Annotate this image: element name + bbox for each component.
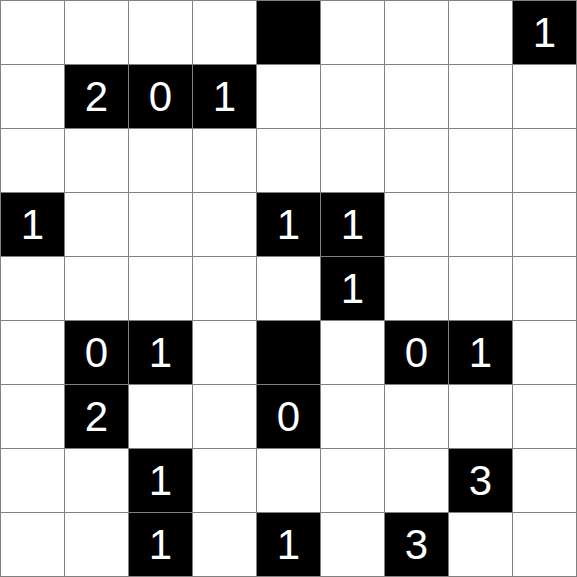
cell-r9c2-white[interactable] [65,513,129,577]
cell-r2c3-clue-0[interactable]: 0 [129,65,193,129]
cell-r8c5-white[interactable] [257,449,321,513]
cell-r8c7-white[interactable] [385,449,449,513]
cell-r4c1-clue-1[interactable]: 1 [1,193,65,257]
cell-r6c4-white[interactable] [193,321,257,385]
cell-r2c2-clue-2[interactable]: 2 [65,65,129,129]
cell-r8c4-white[interactable] [193,449,257,513]
cell-r6c2-clue-0[interactable]: 0 [65,321,129,385]
cell-r4c6-clue-1[interactable]: 1 [321,193,385,257]
cell-r8c9-white[interactable] [513,449,577,513]
cell-r6c3-clue-1[interactable]: 1 [129,321,193,385]
cell-r9c3-clue-1[interactable]: 1 [129,513,193,577]
cell-r5c5-white[interactable] [257,257,321,321]
cell-r3c9-white[interactable] [513,129,577,193]
cell-r3c1-white[interactable] [1,129,65,193]
cell-r5c8-white[interactable] [449,257,513,321]
cell-r2c9-white[interactable] [513,65,577,129]
cell-r8c2-white[interactable] [65,449,129,513]
cell-r4c5-clue-1[interactable]: 1 [257,193,321,257]
cell-r3c2-white[interactable] [65,129,129,193]
cell-r2c8-white[interactable] [449,65,513,129]
cell-r7c3-white[interactable] [129,385,193,449]
cell-r4c4-white[interactable] [193,193,257,257]
cell-r7c2-clue-2[interactable]: 2 [65,385,129,449]
cell-r1c8-white[interactable] [449,1,513,65]
cell-r7c1-white[interactable] [1,385,65,449]
cell-r2c1-white[interactable] [1,65,65,129]
cell-r4c8-white[interactable] [449,193,513,257]
cell-r8c8-clue-3[interactable]: 3 [449,449,513,513]
cell-r3c6-white[interactable] [321,129,385,193]
cell-r5c2-white[interactable] [65,257,129,321]
cell-r5c1-white[interactable] [1,257,65,321]
cell-r6c6-white[interactable] [321,321,385,385]
cell-r9c5-clue-1[interactable]: 1 [257,513,321,577]
cell-r1c4-white[interactable] [193,1,257,65]
cell-r1c6-white[interactable] [321,1,385,65]
cell-r1c3-white[interactable] [129,1,193,65]
cell-r6c7-clue-0[interactable]: 0 [385,321,449,385]
cell-r4c3-white[interactable] [129,193,193,257]
cell-r8c3-clue-1[interactable]: 1 [129,449,193,513]
cell-r2c6-white[interactable] [321,65,385,129]
cell-r4c7-white[interactable] [385,193,449,257]
cell-r1c9-clue-1[interactable]: 1 [513,1,577,65]
cell-r1c1-white[interactable] [1,1,65,65]
cell-r1c2-white[interactable] [65,1,129,65]
cell-r2c5-white[interactable] [257,65,321,129]
cell-r2c7-white[interactable] [385,65,449,129]
cell-r3c5-white[interactable] [257,129,321,193]
cell-r6c1-white[interactable] [1,321,65,385]
cell-r7c4-white[interactable] [193,385,257,449]
cell-r5c4-white[interactable] [193,257,257,321]
cell-r1c7-white[interactable] [385,1,449,65]
cell-r9c1-white[interactable] [1,513,65,577]
cell-r5c6-clue-1[interactable]: 1 [321,257,385,321]
cell-r3c7-white[interactable] [385,129,449,193]
cell-r9c7-clue-3[interactable]: 3 [385,513,449,577]
puzzle-board: 1201111101012013113 [0,0,577,577]
cell-r5c7-white[interactable] [385,257,449,321]
cell-r7c5-clue-0[interactable]: 0 [257,385,321,449]
cell-r9c9-white[interactable] [513,513,577,577]
cell-r2c4-clue-1[interactable]: 1 [193,65,257,129]
cell-r9c6-white[interactable] [321,513,385,577]
cell-r6c8-clue-1[interactable]: 1 [449,321,513,385]
cell-r8c1-white[interactable] [1,449,65,513]
cell-r7c6-white[interactable] [321,385,385,449]
cell-r7c8-white[interactable] [449,385,513,449]
cell-r3c3-white[interactable] [129,129,193,193]
cell-r7c7-white[interactable] [385,385,449,449]
cell-r8c6-white[interactable] [321,449,385,513]
cell-r5c9-white[interactable] [513,257,577,321]
cell-r9c8-white[interactable] [449,513,513,577]
cell-r6c5-black[interactable] [257,321,321,385]
cell-r4c9-white[interactable] [513,193,577,257]
cell-r5c3-white[interactable] [129,257,193,321]
cell-r7c9-white[interactable] [513,385,577,449]
cell-r9c4-white[interactable] [193,513,257,577]
cell-r6c9-white[interactable] [513,321,577,385]
cell-r3c8-white[interactable] [449,129,513,193]
cell-r1c5-black[interactable] [257,1,321,65]
cell-r3c4-white[interactable] [193,129,257,193]
cell-r4c2-white[interactable] [65,193,129,257]
